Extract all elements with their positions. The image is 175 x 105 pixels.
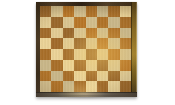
chess-board-frame [36, 2, 137, 97]
square-e8[interactable] [86, 6, 97, 17]
square-h2[interactable] [120, 71, 131, 82]
square-f8[interactable] [97, 6, 108, 17]
square-c1[interactable] [63, 81, 74, 92]
square-h6[interactable] [120, 28, 131, 39]
square-a1[interactable] [40, 81, 51, 92]
square-h8[interactable] [120, 6, 131, 17]
square-a4[interactable] [40, 49, 51, 60]
square-g4[interactable] [108, 49, 119, 60]
square-b7[interactable] [51, 17, 62, 28]
photo-background [0, 0, 175, 105]
square-h7[interactable] [120, 17, 131, 28]
square-d2[interactable] [74, 71, 85, 82]
square-d8[interactable] [74, 6, 85, 17]
square-d5[interactable] [74, 38, 85, 49]
square-c2[interactable] [63, 71, 74, 82]
square-e2[interactable] [86, 71, 97, 82]
square-f5[interactable] [97, 38, 108, 49]
chess-board [40, 6, 131, 92]
square-g3[interactable] [108, 60, 119, 71]
square-b3[interactable] [51, 60, 62, 71]
square-d6[interactable] [74, 28, 85, 39]
square-a2[interactable] [40, 71, 51, 82]
square-f7[interactable] [97, 17, 108, 28]
square-c5[interactable] [63, 38, 74, 49]
square-b4[interactable] [51, 49, 62, 60]
square-g6[interactable] [108, 28, 119, 39]
square-a8[interactable] [40, 6, 51, 17]
square-g8[interactable] [108, 6, 119, 17]
square-e3[interactable] [86, 60, 97, 71]
square-a7[interactable] [40, 17, 51, 28]
square-b2[interactable] [51, 71, 62, 82]
square-e1[interactable] [86, 81, 97, 92]
square-g1[interactable] [108, 81, 119, 92]
square-d1[interactable] [74, 81, 85, 92]
square-g2[interactable] [108, 71, 119, 82]
square-e4[interactable] [86, 49, 97, 60]
square-h5[interactable] [120, 38, 131, 49]
square-c8[interactable] [63, 6, 74, 17]
square-f4[interactable] [97, 49, 108, 60]
square-c6[interactable] [63, 28, 74, 39]
square-e6[interactable] [86, 28, 97, 39]
square-e7[interactable] [86, 17, 97, 28]
square-c3[interactable] [63, 60, 74, 71]
square-h3[interactable] [120, 60, 131, 71]
square-a5[interactable] [40, 38, 51, 49]
frame-edge-bottom [36, 92, 137, 97]
square-e5[interactable] [86, 38, 97, 49]
square-c4[interactable] [63, 49, 74, 60]
square-f1[interactable] [97, 81, 108, 92]
square-h1[interactable] [120, 81, 131, 92]
square-f6[interactable] [97, 28, 108, 39]
square-d3[interactable] [74, 60, 85, 71]
square-f3[interactable] [97, 60, 108, 71]
square-g7[interactable] [108, 17, 119, 28]
square-b1[interactable] [51, 81, 62, 92]
square-c7[interactable] [63, 17, 74, 28]
square-b5[interactable] [51, 38, 62, 49]
square-b6[interactable] [51, 28, 62, 39]
square-d4[interactable] [74, 49, 85, 60]
square-d7[interactable] [74, 17, 85, 28]
square-h4[interactable] [120, 49, 131, 60]
square-f2[interactable] [97, 71, 108, 82]
square-a6[interactable] [40, 28, 51, 39]
square-b8[interactable] [51, 6, 62, 17]
frame-edge-right [131, 2, 137, 97]
square-a3[interactable] [40, 60, 51, 71]
square-g5[interactable] [108, 38, 119, 49]
